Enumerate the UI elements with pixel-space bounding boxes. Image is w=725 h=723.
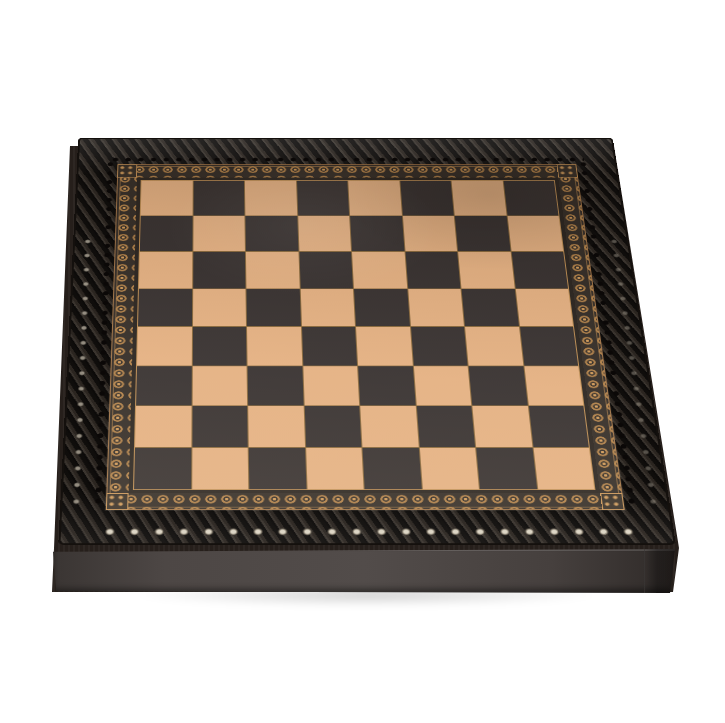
square-g4 xyxy=(465,327,523,365)
square-a6 xyxy=(139,252,192,288)
square-g2 xyxy=(472,406,532,447)
square-b8 xyxy=(193,181,244,215)
square-e5 xyxy=(354,289,409,326)
square-c1 xyxy=(249,447,306,489)
square-h8 xyxy=(503,181,558,215)
square-h3 xyxy=(524,366,583,405)
square-e6 xyxy=(352,252,407,288)
board-perspective-wrapper xyxy=(69,40,642,613)
square-c6 xyxy=(246,252,299,288)
square-g6 xyxy=(458,252,514,288)
square-a7 xyxy=(140,216,192,251)
square-b1 xyxy=(192,447,249,489)
square-b2 xyxy=(192,406,248,447)
square-f2 xyxy=(416,406,475,447)
square-f6 xyxy=(405,252,460,288)
square-h6 xyxy=(511,252,568,288)
square-f4 xyxy=(411,327,468,365)
corner-medallion-bottom-right xyxy=(600,493,625,510)
box-front-face xyxy=(53,549,675,593)
square-d5 xyxy=(300,289,355,326)
square-f3 xyxy=(413,366,471,405)
square-d2 xyxy=(304,406,361,447)
square-a4 xyxy=(137,327,191,365)
chess-board-top xyxy=(58,138,676,545)
square-b4 xyxy=(192,327,246,365)
square-a2 xyxy=(135,406,191,447)
square-f7 xyxy=(402,216,457,251)
corner-medallion-bottom-left xyxy=(106,493,129,510)
square-d1 xyxy=(306,447,364,489)
corner-medallion-top-right xyxy=(556,164,578,177)
square-d7 xyxy=(298,216,351,251)
square-f8 xyxy=(400,181,454,215)
square-e8 xyxy=(348,181,401,215)
square-a1 xyxy=(134,447,191,489)
square-h7 xyxy=(507,216,563,251)
square-c7 xyxy=(245,216,298,251)
square-b5 xyxy=(193,289,246,326)
square-c8 xyxy=(245,181,297,215)
square-e4 xyxy=(356,327,412,365)
square-h1 xyxy=(533,447,594,489)
square-c5 xyxy=(246,289,300,326)
square-g7 xyxy=(455,216,510,251)
square-d3 xyxy=(303,366,359,405)
square-a3 xyxy=(136,366,191,405)
square-e7 xyxy=(350,216,404,251)
stud-row-left xyxy=(70,235,94,511)
stitch-holes-top xyxy=(109,156,585,164)
square-h4 xyxy=(520,327,579,365)
stud-row-front xyxy=(97,525,636,538)
chess-board-grid xyxy=(133,180,596,490)
square-c2 xyxy=(248,406,304,447)
corner-medallion-top-left xyxy=(117,164,137,177)
square-e2 xyxy=(360,406,418,447)
square-g3 xyxy=(469,366,528,405)
photo-background xyxy=(0,0,725,723)
square-g5 xyxy=(462,289,519,326)
square-d6 xyxy=(299,252,353,288)
square-c4 xyxy=(247,327,302,365)
square-e1 xyxy=(362,447,421,489)
square-d8 xyxy=(297,181,350,215)
square-g8 xyxy=(452,181,507,215)
square-c3 xyxy=(248,366,304,405)
square-a5 xyxy=(138,289,192,326)
square-b6 xyxy=(193,252,246,288)
square-f5 xyxy=(408,289,464,326)
square-h5 xyxy=(515,289,573,326)
square-b7 xyxy=(193,216,245,251)
square-f1 xyxy=(419,447,479,489)
square-d4 xyxy=(302,327,358,365)
square-b3 xyxy=(192,366,247,405)
square-e3 xyxy=(358,366,415,405)
square-g1 xyxy=(476,447,536,489)
square-h2 xyxy=(528,406,588,447)
square-a8 xyxy=(141,181,193,215)
